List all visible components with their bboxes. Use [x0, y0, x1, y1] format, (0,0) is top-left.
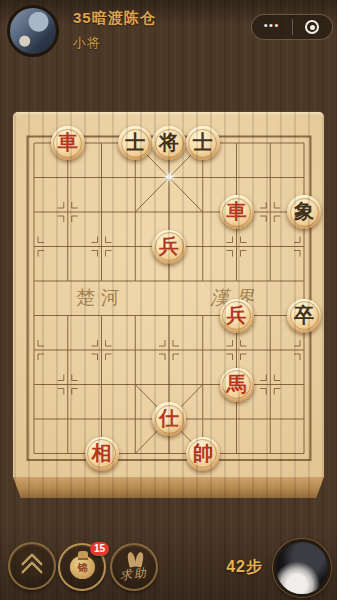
more-button[interactable]: •••	[252, 15, 292, 39]
player-avatar[interactable]	[7, 5, 59, 57]
level-title: 35暗渡陈仓	[73, 9, 156, 28]
piece-red-兵[interactable]: 兵	[220, 299, 254, 333]
piece-red-仕[interactable]: 仕	[152, 402, 186, 436]
piece-red-車[interactable]: 車	[220, 195, 254, 229]
money-bag-icon: 锦	[70, 556, 95, 579]
bag-character: 锦	[78, 561, 88, 575]
target-icon	[305, 20, 319, 34]
move-highlight-sparkle: ✦	[163, 170, 175, 184]
board-bevel	[13, 477, 324, 498]
header: 35暗渡陈仓 小将	[73, 9, 156, 52]
board-panel: 楚河 漢界 車士将士車象兵兵卒馬仕相帥✦	[13, 112, 324, 477]
help-label: 求助	[111, 564, 157, 586]
menu-button[interactable]	[8, 542, 56, 590]
piece-red-馬[interactable]: 馬	[220, 368, 254, 402]
piece-red-車[interactable]: 車	[51, 126, 85, 160]
miniprogram-capsule: •••	[251, 14, 333, 40]
piece-black-士[interactable]: 士	[186, 126, 220, 160]
piece-red-帥[interactable]: 帥	[186, 437, 220, 471]
xiangqi-board: 楚河 漢界 車士将士車象兵兵卒馬仕相帥✦	[13, 112, 324, 498]
step-counter: 42步	[226, 557, 263, 578]
piece-black-将[interactable]: 将	[152, 126, 186, 160]
piece-layer: 車士将士車象兵兵卒馬仕相帥✦	[17, 126, 321, 471]
more-icon: •••	[264, 20, 280, 34]
close-button[interactable]	[293, 15, 333, 39]
opponent-avatar[interactable]	[273, 539, 331, 597]
piece-red-兵[interactable]: 兵	[152, 230, 186, 264]
tip-bag-button[interactable]: 锦 15	[58, 543, 106, 591]
app-screen: 35暗渡陈仓 小将 ••• 楚河 漢界 車士将士車象兵兵卒馬仕相帥✦ 锦	[0, 0, 337, 600]
help-button[interactable]: 求助	[110, 543, 158, 591]
piece-black-象[interactable]: 象	[287, 195, 321, 229]
rank-subtitle: 小将	[73, 34, 156, 52]
tip-count-badge: 15	[90, 542, 109, 556]
piece-black-卒[interactable]: 卒	[287, 299, 321, 333]
piece-black-士[interactable]: 士	[118, 126, 152, 160]
piece-red-相[interactable]: 相	[85, 437, 119, 471]
